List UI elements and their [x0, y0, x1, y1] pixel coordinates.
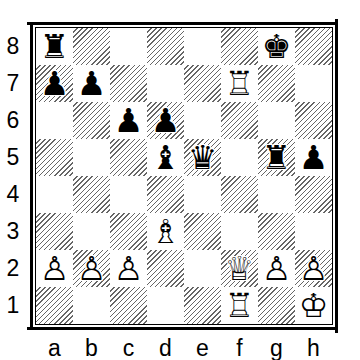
square-e2[interactable]: [184, 250, 221, 287]
file-label-f: f: [221, 337, 258, 360]
square-f4[interactable]: [221, 176, 258, 213]
square-a7[interactable]: ♟♟: [36, 65, 73, 102]
black-rook-g5[interactable]: ♜♜: [258, 139, 295, 176]
piece-glyph: ♟: [295, 139, 332, 176]
white-rook-f1[interactable]: ♜♖: [221, 287, 258, 324]
square-c2[interactable]: ♟♙: [110, 250, 147, 287]
black-rook-a8[interactable]: ♜♜: [36, 28, 73, 65]
square-b3[interactable]: [73, 213, 110, 250]
square-b8[interactable]: [73, 28, 110, 65]
square-e3[interactable]: [184, 213, 221, 250]
square-a5[interactable]: [36, 139, 73, 176]
square-g7[interactable]: [258, 65, 295, 102]
square-c6[interactable]: ♟♟: [110, 102, 147, 139]
square-d6[interactable]: ♟♟: [147, 102, 184, 139]
square-h7[interactable]: [295, 65, 332, 102]
board-frame: ♜♜♚♚♟♟♟♟♜♖♟♟♟♟♝♝♛♛♜♜♟♟♝♗♟♙♟♙♟♙♛♕♟♙♟♙♜♖♚♔: [30, 22, 338, 330]
piece-glyph: ♟: [147, 102, 184, 139]
rank-label-6: 6: [0, 102, 26, 139]
square-b7[interactable]: ♟♟: [73, 65, 110, 102]
piece-glyph: ♟: [110, 102, 147, 139]
file-label-h: h: [295, 337, 332, 360]
white-pawn-b2[interactable]: ♟♙: [73, 250, 110, 287]
piece-glyph: ♙: [295, 250, 332, 287]
piece-glyph: ♖: [221, 65, 258, 102]
rank-label-3: 3: [0, 213, 26, 250]
black-pawn-a7[interactable]: ♟♟: [36, 65, 73, 102]
piece-glyph: ♙: [73, 250, 110, 287]
piece-glyph: ♜: [258, 139, 295, 176]
square-b6[interactable]: [73, 102, 110, 139]
square-a8[interactable]: ♜♜: [36, 28, 73, 65]
white-bishop-d3[interactable]: ♝♗: [147, 213, 184, 250]
rank-label-8: 8: [0, 28, 26, 65]
square-g1[interactable]: [258, 287, 295, 324]
file-label-e: e: [184, 337, 221, 360]
board-inner-frame: ♜♜♚♚♟♟♟♟♜♖♟♟♟♟♝♝♛♛♜♜♟♟♝♗♟♙♟♙♟♙♛♕♟♙♟♙♜♖♚♔: [35, 27, 333, 325]
white-king-h1[interactable]: ♚♔: [295, 287, 332, 324]
square-d3[interactable]: ♝♗: [147, 213, 184, 250]
square-e8[interactable]: [184, 28, 221, 65]
piece-glyph: ♗: [147, 213, 184, 250]
square-c7[interactable]: [110, 65, 147, 102]
square-c8[interactable]: [110, 28, 147, 65]
piece-glyph: ♖: [221, 287, 258, 324]
square-h4[interactable]: [295, 176, 332, 213]
rank-label-5: 5: [0, 139, 26, 176]
file-labels: abcdefgh: [36, 337, 332, 360]
black-pawn-h5[interactable]: ♟♟: [295, 139, 332, 176]
piece-glyph: ♝: [147, 139, 184, 176]
chess-diagram: 87654321 ♜♜♚♚♟♟♟♟♜♖♟♟♟♟♝♝♛♛♜♜♟♟♝♗♟♙♟♙♟♙♛…: [0, 0, 360, 360]
white-pawn-a2[interactable]: ♟♙: [36, 250, 73, 287]
square-g8[interactable]: ♚♚: [258, 28, 295, 65]
frame-corner-tick: [335, 19, 338, 25]
square-b1[interactable]: [73, 287, 110, 324]
frame-corner-tick: [27, 327, 33, 330]
piece-glyph: ♕: [221, 250, 258, 287]
square-a2[interactable]: ♟♙: [36, 250, 73, 287]
rank-label-7: 7: [0, 65, 26, 102]
square-e1[interactable]: [184, 287, 221, 324]
black-pawn-d6[interactable]: ♟♟: [147, 102, 184, 139]
square-e6[interactable]: [184, 102, 221, 139]
file-label-c: c: [110, 337, 147, 360]
square-f3[interactable]: [221, 213, 258, 250]
chess-board[interactable]: ♜♜♚♚♟♟♟♟♜♖♟♟♟♟♝♝♛♛♜♜♟♟♝♗♟♙♟♙♟♙♛♕♟♙♟♙♜♖♚♔: [36, 28, 332, 324]
white-pawn-c2[interactable]: ♟♙: [110, 250, 147, 287]
square-d7[interactable]: [147, 65, 184, 102]
square-d2[interactable]: [147, 250, 184, 287]
square-h1[interactable]: ♚♔: [295, 287, 332, 324]
square-f8[interactable]: [221, 28, 258, 65]
square-f5[interactable]: [221, 139, 258, 176]
white-rook-f7[interactable]: ♜♖: [221, 65, 258, 102]
square-d4[interactable]: [147, 176, 184, 213]
white-queen-f2[interactable]: ♛♕: [221, 250, 258, 287]
frame-corner-tick: [335, 327, 338, 333]
square-f2[interactable]: ♛♕: [221, 250, 258, 287]
square-a1[interactable]: [36, 287, 73, 324]
square-a4[interactable]: [36, 176, 73, 213]
square-g5[interactable]: ♜♜: [258, 139, 295, 176]
file-label-d: d: [147, 337, 184, 360]
square-b4[interactable]: [73, 176, 110, 213]
piece-glyph: ♙: [110, 250, 147, 287]
square-h2[interactable]: ♟♙: [295, 250, 332, 287]
square-f6[interactable]: [221, 102, 258, 139]
square-h6[interactable]: [295, 102, 332, 139]
piece-glyph: ♜: [36, 28, 73, 65]
square-h3[interactable]: [295, 213, 332, 250]
square-c4[interactable]: [110, 176, 147, 213]
piece-glyph: ♔: [295, 287, 332, 324]
square-h8[interactable]: [295, 28, 332, 65]
file-label-b: b: [73, 337, 110, 360]
square-d5[interactable]: ♝♝: [147, 139, 184, 176]
black-king-g8[interactable]: ♚♚: [258, 28, 295, 65]
square-g3[interactable]: [258, 213, 295, 250]
square-a6[interactable]: [36, 102, 73, 139]
black-queen-e5[interactable]: ♛♛: [184, 139, 221, 176]
piece-glyph: ♙: [36, 250, 73, 287]
black-pawn-c6[interactable]: ♟♟: [110, 102, 147, 139]
square-d8[interactable]: [147, 28, 184, 65]
rank-label-4: 4: [0, 176, 26, 213]
square-f7[interactable]: ♜♖: [221, 65, 258, 102]
square-b5[interactable]: [73, 139, 110, 176]
file-label-g: g: [258, 337, 295, 360]
square-g4[interactable]: [258, 176, 295, 213]
square-g2[interactable]: ♟♙: [258, 250, 295, 287]
square-e7[interactable]: [184, 65, 221, 102]
black-bishop-d5[interactable]: ♝♝: [147, 139, 184, 176]
square-e4[interactable]: [184, 176, 221, 213]
square-e5[interactable]: ♛♛: [184, 139, 221, 176]
rank-label-2: 2: [0, 250, 26, 287]
frame-corner-tick: [27, 22, 33, 25]
piece-glyph: ♟: [36, 65, 73, 102]
piece-glyph: ♛: [184, 139, 221, 176]
rank-labels: 87654321: [0, 28, 26, 324]
square-c5[interactable]: [110, 139, 147, 176]
square-b2[interactable]: ♟♙: [73, 250, 110, 287]
piece-glyph: ♙: [258, 250, 295, 287]
square-c1[interactable]: [110, 287, 147, 324]
file-label-a: a: [36, 337, 73, 360]
piece-glyph: ♚: [258, 28, 295, 65]
white-pawn-g2[interactable]: ♟♙: [258, 250, 295, 287]
square-d1[interactable]: [147, 287, 184, 324]
rank-label-1: 1: [0, 287, 26, 324]
white-pawn-h2[interactable]: ♟♙: [295, 250, 332, 287]
square-f1[interactable]: ♜♖: [221, 287, 258, 324]
square-h5[interactable]: ♟♟: [295, 139, 332, 176]
black-pawn-b7[interactable]: ♟♟: [73, 65, 110, 102]
square-g6[interactable]: [258, 102, 295, 139]
square-a3[interactable]: [36, 213, 73, 250]
piece-glyph: ♟: [73, 65, 110, 102]
square-c3[interactable]: [110, 213, 147, 250]
